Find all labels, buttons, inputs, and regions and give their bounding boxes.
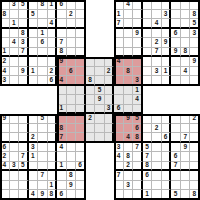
sudoku-cell-empty[interactable]: [143, 10, 153, 20]
sudoku-cell-empty[interactable]: [152, 114, 162, 124]
sudoku-cell-empty[interactable]: [143, 48, 153, 58]
sudoku-cell-given[interactable]: 9: [181, 143, 191, 153]
sudoku-cell-given[interactable]: 9: [133, 29, 143, 39]
sudoku-cell-given[interactable]: 6: [76, 162, 86, 172]
sudoku-cell-empty[interactable]: [171, 171, 181, 181]
sudoku-cell-given[interactable]: 3: [10, 0, 20, 10]
sudoku-cell-empty[interactable]: [10, 171, 20, 181]
sudoku-cell-empty[interactable]: [162, 0, 172, 10]
sudoku-cell-empty[interactable]: [0, 29, 10, 39]
sudoku-cell-given[interactable]: 9: [57, 57, 67, 67]
sudoku-cell-given[interactable]: 7: [114, 19, 124, 29]
sudoku-cell-empty[interactable]: [38, 57, 48, 67]
sudoku-cell-empty[interactable]: [67, 38, 77, 48]
sudoku-cell-empty[interactable]: [152, 152, 162, 162]
sudoku-cell-empty[interactable]: [190, 171, 200, 181]
sudoku-cell-empty[interactable]: [10, 76, 20, 86]
sudoku-cell-empty[interactable]: [190, 76, 200, 86]
sudoku-cell-empty[interactable]: [190, 0, 200, 10]
sudoku-cell-empty[interactable]: [19, 19, 29, 29]
sudoku-cell-empty[interactable]: [57, 67, 67, 77]
sudoku-cell-empty[interactable]: [76, 76, 86, 86]
sudoku-cell-empty[interactable]: [133, 57, 143, 67]
sudoku-cell-empty[interactable]: [19, 171, 29, 181]
sudoku-cell-empty[interactable]: [19, 114, 29, 124]
sudoku-cell-empty[interactable]: [86, 95, 96, 105]
sudoku-cell-given[interactable]: 6: [57, 0, 67, 10]
sudoku-cell-empty[interactable]: [48, 29, 58, 39]
sudoku-cell-empty[interactable]: [10, 181, 20, 191]
sudoku-cell-given[interactable]: 9: [67, 181, 77, 191]
sudoku-cell-empty[interactable]: [95, 114, 105, 124]
sudoku-cell-empty[interactable]: [67, 95, 77, 105]
sudoku-cell-given[interactable]: 8: [0, 10, 10, 20]
sudoku-cell-empty[interactable]: [152, 29, 162, 39]
sudoku-cell-empty[interactable]: [67, 143, 77, 153]
sudoku-cell-empty[interactable]: [76, 190, 86, 200]
sudoku-cell-empty[interactable]: [114, 133, 124, 143]
sudoku-cell-empty[interactable]: [171, 10, 181, 20]
sudoku-cell-empty[interactable]: [38, 48, 48, 58]
sudoku-cell-given[interactable]: 7: [38, 171, 48, 181]
sudoku-cell-empty[interactable]: [19, 143, 29, 153]
sudoku-cell-empty[interactable]: [190, 38, 200, 48]
sudoku-cell-empty[interactable]: [76, 86, 86, 96]
sudoku-cell-empty[interactable]: [48, 143, 58, 153]
sudoku-cell-empty[interactable]: [124, 29, 134, 39]
sudoku-cell-empty[interactable]: [143, 67, 153, 77]
sudoku-cell-given[interactable]: 4: [152, 19, 162, 29]
sudoku-cell-given[interactable]: 7: [152, 48, 162, 58]
sudoku-cell-empty[interactable]: [124, 124, 134, 134]
sudoku-cell-empty[interactable]: [57, 171, 67, 181]
sudoku-cell-given[interactable]: 6: [38, 38, 48, 48]
sudoku-cell-empty[interactable]: [29, 57, 39, 67]
sudoku-cell-empty[interactable]: [67, 190, 77, 200]
sudoku-cell-empty[interactable]: [133, 19, 143, 29]
sudoku-cell-empty[interactable]: [48, 57, 58, 67]
sudoku-cell-given[interactable]: 8: [67, 171, 77, 181]
sudoku-cell-empty[interactable]: [124, 57, 134, 67]
sudoku-cell-empty[interactable]: [114, 114, 124, 124]
sudoku-cell-empty[interactable]: [38, 19, 48, 29]
sudoku-cell-given[interactable]: 7: [114, 171, 124, 181]
sudoku-cell-given[interactable]: 1: [143, 190, 153, 200]
sudoku-cell-empty[interactable]: [19, 76, 29, 86]
sudoku-cell-given[interactable]: 3: [10, 162, 20, 172]
sudoku-cell-given[interactable]: 4: [124, 0, 134, 10]
sudoku-cell-empty[interactable]: [190, 133, 200, 143]
sudoku-cell-given[interactable]: 1: [48, 0, 58, 10]
sudoku-cell-empty[interactable]: [67, 19, 77, 29]
sudoku-cell-empty[interactable]: [10, 57, 20, 67]
sudoku-cell-empty[interactable]: [67, 0, 77, 10]
sudoku-cell-empty[interactable]: [76, 181, 86, 191]
sudoku-cell-empty[interactable]: [114, 48, 124, 58]
sudoku-cell-given[interactable]: 6: [162, 133, 172, 143]
sudoku-cell-empty[interactable]: [57, 86, 67, 96]
sudoku-cell-given[interactable]: 4: [181, 67, 191, 77]
sudoku-cell-given[interactable]: 9: [19, 67, 29, 77]
sudoku-cell-empty[interactable]: [86, 67, 96, 77]
sudoku-cell-given[interactable]: 2: [190, 114, 200, 124]
sudoku-cell-given[interactable]: 2: [48, 67, 58, 77]
sudoku-cell-empty[interactable]: [10, 190, 20, 200]
sudoku-cell-given[interactable]: 2: [105, 67, 115, 77]
sudoku-cell-empty[interactable]: [29, 162, 39, 172]
sudoku-cell-empty[interactable]: [48, 48, 58, 58]
sudoku-cell-empty[interactable]: [48, 10, 58, 20]
sudoku-cell-empty[interactable]: [0, 190, 10, 200]
sudoku-cell-given[interactable]: 4: [114, 57, 124, 67]
sudoku-cell-empty[interactable]: [190, 152, 200, 162]
sudoku-cell-empty[interactable]: [190, 124, 200, 134]
sudoku-cell-empty[interactable]: [162, 124, 172, 134]
sudoku-cell-given[interactable]: 5: [19, 162, 29, 172]
sudoku-cell-empty[interactable]: [76, 67, 86, 77]
sudoku-cell-empty[interactable]: [38, 152, 48, 162]
sudoku-cell-empty[interactable]: [152, 181, 162, 191]
sudoku-cell-empty[interactable]: [162, 57, 172, 67]
sudoku-cell-empty[interactable]: [124, 105, 134, 115]
sudoku-cell-given[interactable]: 9: [171, 48, 181, 58]
sudoku-cell-empty[interactable]: [181, 76, 191, 86]
sudoku-cell-given[interactable]: 3: [133, 76, 143, 86]
sudoku-cell-given[interactable]: 6: [114, 105, 124, 115]
sudoku-cell-given[interactable]: 5: [29, 10, 39, 20]
sudoku-cell-empty[interactable]: [48, 162, 58, 172]
sudoku-cell-given[interactable]: 1: [38, 29, 48, 39]
sudoku-cell-given[interactable]: 9: [190, 57, 200, 67]
sudoku-cell-empty[interactable]: [29, 124, 39, 134]
sudoku-cell-given[interactable]: 3: [29, 143, 39, 153]
sudoku-cell-given[interactable]: 1: [162, 67, 172, 77]
sudoku-cell-empty[interactable]: [76, 124, 86, 134]
sudoku-cell-given[interactable]: 7: [181, 133, 191, 143]
sudoku-cell-empty[interactable]: [152, 162, 162, 172]
sudoku-cell-empty[interactable]: [124, 38, 134, 48]
sudoku-cell-given[interactable]: 4: [124, 133, 134, 143]
sudoku-cell-empty[interactable]: [76, 105, 86, 115]
sudoku-cell-empty[interactable]: [95, 133, 105, 143]
sudoku-cell-empty[interactable]: [95, 124, 105, 134]
sudoku-cell-empty[interactable]: [162, 181, 172, 191]
sudoku-cell-given[interactable]: 2: [67, 10, 77, 20]
sudoku-cell-empty[interactable]: [143, 0, 153, 10]
sudoku-cell-given[interactable]: 4: [57, 143, 67, 153]
sudoku-cell-empty[interactable]: [133, 105, 143, 115]
sudoku-cell-given[interactable]: 3: [152, 67, 162, 77]
sudoku-cell-empty[interactable]: [95, 105, 105, 115]
sudoku-cell-empty[interactable]: [171, 57, 181, 67]
sudoku-cell-empty[interactable]: [114, 0, 124, 10]
sudoku-cell-empty[interactable]: [19, 124, 29, 134]
sudoku-cell-empty[interactable]: [19, 57, 29, 67]
sudoku-cell-given[interactable]: 1: [57, 162, 67, 172]
sudoku-cell-empty[interactable]: [171, 143, 181, 153]
sudoku-cell-given[interactable]: 5: [190, 19, 200, 29]
sudoku-cell-given[interactable]: 4: [10, 38, 20, 48]
sudoku-cell-given[interactable]: 4: [114, 152, 124, 162]
sudoku-cell-empty[interactable]: [162, 114, 172, 124]
sudoku-cell-given[interactable]: 9: [124, 114, 134, 124]
sudoku-cell-empty[interactable]: [114, 67, 124, 77]
sudoku-cell-empty[interactable]: [143, 114, 153, 124]
sudoku-cell-empty[interactable]: [181, 190, 191, 200]
sudoku-cell-given[interactable]: 5: [143, 143, 153, 153]
sudoku-cell-empty[interactable]: [133, 181, 143, 191]
sudoku-cell-empty[interactable]: [124, 10, 134, 20]
sudoku-cell-empty[interactable]: [0, 181, 10, 191]
sudoku-cell-empty[interactable]: [152, 190, 162, 200]
sudoku-cell-empty[interactable]: [162, 152, 172, 162]
sudoku-cell-empty[interactable]: [57, 19, 67, 29]
sudoku-cell-empty[interactable]: [10, 67, 20, 77]
sudoku-cell-given[interactable]: 7: [133, 143, 143, 153]
sudoku-cell-empty[interactable]: [29, 29, 39, 39]
sudoku-cell-empty[interactable]: [124, 95, 134, 105]
sudoku-cell-empty[interactable]: [38, 143, 48, 153]
sudoku-cell-given[interactable]: 4: [48, 19, 58, 29]
sudoku-cell-given[interactable]: 8: [57, 124, 67, 134]
sudoku-cell-empty[interactable]: [67, 48, 77, 58]
sudoku-cell-empty[interactable]: [67, 105, 77, 115]
sudoku-cell-given[interactable]: 7: [171, 162, 181, 172]
sudoku-cell-empty[interactable]: [124, 19, 134, 29]
sudoku-cell-given[interactable]: 8: [19, 29, 29, 39]
sudoku-cell-given[interactable]: 8: [190, 190, 200, 200]
sudoku-cell-empty[interactable]: [48, 114, 58, 124]
sudoku-cell-empty[interactable]: [190, 48, 200, 58]
sudoku-cell-given[interactable]: 7: [57, 133, 67, 143]
sudoku-cell-empty[interactable]: [162, 162, 172, 172]
sudoku-cell-empty[interactable]: [10, 114, 20, 124]
sudoku-cell-empty[interactable]: [0, 133, 10, 143]
sudoku-cell-empty[interactable]: [114, 124, 124, 134]
sudoku-cell-empty[interactable]: [124, 86, 134, 96]
sudoku-cell-empty[interactable]: [181, 0, 191, 10]
sudoku-cell-given[interactable]: 6: [143, 171, 153, 181]
sudoku-cell-empty[interactable]: [162, 19, 172, 29]
sudoku-cell-empty[interactable]: [29, 76, 39, 86]
sudoku-cell-given[interactable]: 3: [105, 105, 115, 115]
sudoku-cell-given[interactable]: 6: [67, 67, 77, 77]
sudoku-cell-empty[interactable]: [76, 95, 86, 105]
sudoku-cell-empty[interactable]: [86, 133, 96, 143]
sudoku-cell-empty[interactable]: [133, 190, 143, 200]
sudoku-cell-empty[interactable]: [171, 76, 181, 86]
sudoku-cell-empty[interactable]: [133, 38, 143, 48]
sudoku-cell-given[interactable]: 1: [57, 105, 67, 115]
sudoku-cell-empty[interactable]: [48, 38, 58, 48]
sudoku-cell-given[interactable]: 1: [0, 48, 10, 58]
sudoku-cell-given[interactable]: 5: [95, 86, 105, 96]
sudoku-cell-empty[interactable]: [152, 10, 162, 20]
sudoku-cell-empty[interactable]: [114, 29, 124, 39]
sudoku-cell-empty[interactable]: [67, 152, 77, 162]
sudoku-cell-given[interactable]: 5: [19, 0, 29, 10]
sudoku-cell-given[interactable]: 8: [143, 162, 153, 172]
sudoku-cell-empty[interactable]: [38, 162, 48, 172]
sudoku-cell-given[interactable]: 2: [0, 57, 10, 67]
sudoku-cell-empty[interactable]: [190, 67, 200, 77]
sudoku-cell-empty[interactable]: [171, 19, 181, 29]
sudoku-cell-empty[interactable]: [171, 124, 181, 134]
sudoku-cell-given[interactable]: 6: [0, 143, 10, 153]
sudoku-cell-empty[interactable]: [76, 29, 86, 39]
sudoku-cell-given[interactable]: 1: [29, 67, 39, 77]
sudoku-cell-empty[interactable]: [48, 124, 58, 134]
sudoku-cell-empty[interactable]: [124, 143, 134, 153]
sudoku-cell-empty[interactable]: [76, 10, 86, 20]
sudoku-cell-empty[interactable]: [181, 10, 191, 20]
sudoku-cell-empty[interactable]: [133, 10, 143, 20]
sudoku-cell-empty[interactable]: [76, 57, 86, 67]
sudoku-cell-given[interactable]: 4: [29, 190, 39, 200]
sudoku-cell-given[interactable]: 4: [0, 162, 10, 172]
sudoku-cell-empty[interactable]: [95, 76, 105, 86]
sudoku-cell-empty[interactable]: [67, 57, 77, 67]
sudoku-cell-empty[interactable]: [57, 114, 67, 124]
sudoku-cell-empty[interactable]: [76, 48, 86, 58]
sudoku-cell-given[interactable]: 9: [38, 190, 48, 200]
sudoku-cell-given[interactable]: 5: [133, 114, 143, 124]
sudoku-cell-given[interactable]: 9: [95, 95, 105, 105]
sudoku-cell-empty[interactable]: [29, 114, 39, 124]
sudoku-cell-empty[interactable]: [10, 29, 20, 39]
sudoku-cell-empty[interactable]: [57, 29, 67, 39]
sudoku-cell-empty[interactable]: [114, 38, 124, 48]
sudoku-cell-empty[interactable]: [67, 124, 77, 134]
sudoku-cell-empty[interactable]: [29, 171, 39, 181]
sudoku-cell-empty[interactable]: [114, 181, 124, 191]
sudoku-cell-empty[interactable]: [86, 86, 96, 96]
sudoku-cell-empty[interactable]: [143, 76, 153, 86]
sudoku-cell-empty[interactable]: [29, 48, 39, 58]
sudoku-cell-empty[interactable]: [19, 10, 29, 20]
sudoku-cell-given[interactable]: 5: [171, 190, 181, 200]
sudoku-cell-empty[interactable]: [105, 124, 115, 134]
sudoku-cell-empty[interactable]: [67, 162, 77, 172]
sudoku-cell-empty[interactable]: [152, 133, 162, 143]
sudoku-cell-given[interactable]: 5: [38, 114, 48, 124]
sudoku-cell-given[interactable]: 6: [57, 190, 67, 200]
sudoku-cell-empty[interactable]: [171, 133, 181, 143]
sudoku-cell-given[interactable]: 8: [190, 10, 200, 20]
sudoku-cell-empty[interactable]: [67, 133, 77, 143]
sudoku-cell-empty[interactable]: [152, 0, 162, 10]
sudoku-cell-empty[interactable]: [152, 76, 162, 86]
sudoku-cell-given[interactable]: 1: [10, 19, 20, 29]
sudoku-cell-empty[interactable]: [171, 0, 181, 10]
sudoku-cell-empty[interactable]: [67, 86, 77, 96]
sudoku-cell-empty[interactable]: [181, 162, 191, 172]
sudoku-cell-empty[interactable]: [143, 29, 153, 39]
sudoku-cell-empty[interactable]: [95, 67, 105, 77]
sudoku-cell-empty[interactable]: [38, 124, 48, 134]
sudoku-cell-empty[interactable]: [181, 152, 191, 162]
sudoku-cell-empty[interactable]: [171, 67, 181, 77]
sudoku-cell-empty[interactable]: [133, 162, 143, 172]
sudoku-cell-given[interactable]: 6: [48, 76, 58, 86]
sudoku-cell-empty[interactable]: [162, 48, 172, 58]
sudoku-cell-empty[interactable]: [38, 10, 48, 20]
sudoku-cell-empty[interactable]: [114, 190, 124, 200]
sudoku-cell-empty[interactable]: [29, 0, 39, 10]
sudoku-cell-empty[interactable]: [162, 76, 172, 86]
sudoku-cell-given[interactable]: 6: [133, 124, 143, 134]
sudoku-cell-given[interactable]: 2: [86, 114, 96, 124]
sudoku-cell-empty[interactable]: [133, 152, 143, 162]
sudoku-cell-given[interactable]: 8: [124, 67, 134, 77]
sudoku-cell-empty[interactable]: [0, 19, 10, 29]
sudoku-cell-empty[interactable]: [143, 19, 153, 29]
sudoku-cell-given[interactable]: 8: [86, 76, 96, 86]
sudoku-cell-empty[interactable]: [29, 38, 39, 48]
sudoku-cell-empty[interactable]: [105, 114, 115, 124]
sudoku-cell-empty[interactable]: [171, 114, 181, 124]
sudoku-cell-empty[interactable]: [143, 57, 153, 67]
sudoku-cell-empty[interactable]: [48, 171, 58, 181]
sudoku-cell-empty[interactable]: [10, 143, 20, 153]
sudoku-cell-empty[interactable]: [76, 38, 86, 48]
sudoku-cell-given[interactable]: 3: [124, 181, 134, 191]
sudoku-cell-empty[interactable]: [114, 76, 124, 86]
sudoku-cell-empty[interactable]: [67, 76, 77, 86]
sudoku-cell-empty[interactable]: [86, 57, 96, 67]
sudoku-cell-empty[interactable]: [86, 105, 96, 115]
sudoku-cell-empty[interactable]: [181, 19, 191, 29]
sudoku-cell-empty[interactable]: [57, 10, 67, 20]
sudoku-cell-empty[interactable]: [29, 19, 39, 29]
sudoku-cell-empty[interactable]: [67, 114, 77, 124]
sudoku-cell-empty[interactable]: [67, 29, 77, 39]
sudoku-cell-empty[interactable]: [19, 133, 29, 143]
sudoku-cell-empty[interactable]: [133, 0, 143, 10]
sudoku-cell-empty[interactable]: [143, 124, 153, 134]
sudoku-cell-empty[interactable]: [76, 171, 86, 181]
sudoku-cell-empty[interactable]: [105, 57, 115, 67]
sudoku-cell-given[interactable]: 2: [124, 162, 134, 172]
sudoku-cell-empty[interactable]: [76, 114, 86, 124]
sudoku-cell-empty[interactable]: [152, 57, 162, 67]
sudoku-cell-given[interactable]: 1: [114, 10, 124, 20]
sudoku-cell-given[interactable]: 4: [57, 76, 67, 86]
sudoku-cell-empty[interactable]: [76, 19, 86, 29]
sudoku-cell-given[interactable]: 4: [133, 95, 143, 105]
sudoku-cell-empty[interactable]: [76, 143, 86, 153]
sudoku-cell-given[interactable]: 9: [162, 38, 172, 48]
sudoku-cell-empty[interactable]: [76, 133, 86, 143]
sudoku-cell-empty[interactable]: [10, 124, 20, 134]
sudoku-cell-given[interactable]: 9: [0, 114, 10, 124]
sudoku-cell-empty[interactable]: [105, 133, 115, 143]
sudoku-cell-empty[interactable]: [86, 124, 96, 134]
sudoku-cell-given[interactable]: 1: [29, 152, 39, 162]
sudoku-cell-empty[interactable]: [19, 181, 29, 191]
sudoku-cell-empty[interactable]: [95, 57, 105, 67]
sudoku-cell-empty[interactable]: [0, 124, 10, 134]
sudoku-cell-empty[interactable]: [105, 76, 115, 86]
sudoku-cell-empty[interactable]: [133, 48, 143, 58]
sudoku-cell-empty[interactable]: [162, 171, 172, 181]
sudoku-cell-empty[interactable]: [124, 190, 134, 200]
sudoku-cell-given[interactable]: 3: [114, 143, 124, 153]
sudoku-cell-empty[interactable]: [190, 143, 200, 153]
sudoku-cell-empty[interactable]: [143, 38, 153, 48]
sudoku-cell-empty[interactable]: [162, 190, 172, 200]
sudoku-cell-empty[interactable]: [38, 67, 48, 77]
